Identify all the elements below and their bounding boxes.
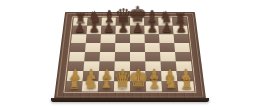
square-f5 — [145, 43, 160, 52]
square-b6 — [86, 34, 101, 43]
square-f7: ♟ — [144, 26, 159, 35]
square-b7: ♟ — [86, 26, 101, 35]
piece-white-rook: ♜ — [180, 76, 193, 91]
square-e4 — [130, 52, 145, 61]
square-d4 — [115, 52, 130, 61]
piece-white-knight: ♞ — [82, 74, 97, 91]
square-h4 — [175, 52, 191, 61]
piece-white-bishop: ♝ — [98, 73, 114, 91]
square-g1: ♞ — [162, 81, 179, 91]
piece-black-pawn: ♟ — [117, 21, 128, 34]
square-c7: ♟ — [101, 26, 116, 35]
square-d7: ♟ — [115, 26, 130, 35]
square-g4 — [160, 52, 176, 61]
square-a6 — [71, 34, 86, 43]
piece-black-pawn: ♟ — [161, 21, 172, 34]
square-h1: ♜ — [177, 81, 194, 91]
square-f4 — [145, 52, 161, 61]
square-g7: ♟ — [159, 26, 174, 35]
square-f1: ♝ — [146, 81, 162, 91]
piece-white-rook: ♜ — [67, 76, 80, 91]
square-e7: ♟ — [130, 26, 145, 35]
square-g5 — [160, 43, 175, 52]
chess-board: ♜♞♝♛♚♝♞♜♟♟♟♟♟♟♟♟♟♟♟♟♟♟♟♟♜♞♝♛♚♝♞♜ — [54, 12, 206, 99]
square-f6 — [145, 34, 160, 43]
square-h6 — [174, 34, 189, 43]
piece-black-pawn: ♟ — [103, 21, 114, 34]
square-b1: ♞ — [82, 81, 99, 91]
square-d6 — [115, 34, 130, 43]
square-a5 — [70, 43, 86, 52]
square-c6 — [100, 34, 115, 43]
square-b5 — [85, 43, 100, 52]
square-c4 — [99, 52, 115, 61]
piece-black-pawn: ♟ — [146, 21, 157, 34]
square-c1: ♝ — [98, 81, 114, 91]
square-e5 — [130, 43, 145, 52]
piece-white-bishop: ♝ — [146, 73, 162, 91]
square-c5 — [100, 43, 115, 52]
square-a7: ♟ — [72, 26, 87, 35]
piece-black-pawn: ♟ — [88, 21, 99, 34]
square-b4 — [84, 52, 100, 61]
square-e1: ♚ — [130, 81, 146, 91]
square-g6 — [159, 34, 174, 43]
square-a4 — [69, 52, 85, 61]
square-a1: ♜ — [66, 81, 83, 91]
piece-black-pawn: ♟ — [74, 21, 85, 34]
piece-black-pawn: ♟ — [175, 21, 186, 34]
square-h5 — [174, 43, 190, 52]
chessboard-product-photo: ♜♞♝♛♚♝♞♜♟♟♟♟♟♟♟♟♟♟♟♟♟♟♟♟♜♞♝♛♚♝♞♜ — [0, 0, 260, 110]
piece-black-pawn: ♟ — [132, 21, 143, 34]
square-e6 — [130, 34, 145, 43]
chess-board-grid: ♜♞♝♛♚♝♞♜♟♟♟♟♟♟♟♟♟♟♟♟♟♟♟♟♜♞♝♛♚♝♞♜ — [66, 17, 195, 91]
square-h7: ♟ — [173, 26, 188, 35]
piece-white-knight: ♞ — [162, 74, 177, 91]
piece-white-king: ♚ — [127, 67, 148, 91]
square-d5 — [115, 43, 130, 52]
board-front-edge — [51, 98, 209, 102]
